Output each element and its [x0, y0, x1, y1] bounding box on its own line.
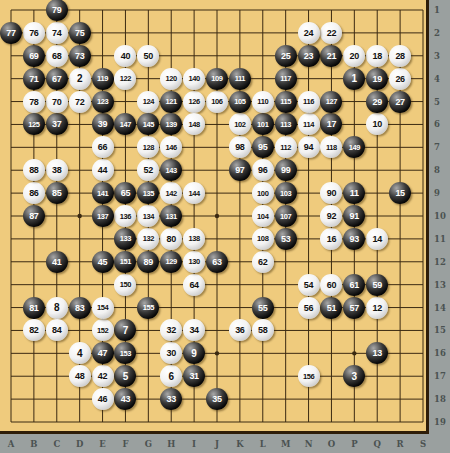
go-stone-white-138: 138	[183, 228, 205, 250]
go-stone-white-8: 8	[46, 297, 68, 319]
go-stone-black-105: 105	[229, 91, 251, 113]
column-label-A: A	[8, 439, 15, 449]
go-stone-white-106: 106	[206, 91, 228, 113]
row-label-5: 5	[434, 97, 440, 107]
go-stone-white-20: 20	[343, 45, 365, 67]
go-stone-black-39: 39	[92, 113, 114, 135]
go-stone-black-45: 45	[92, 251, 114, 273]
go-stone-white-14: 14	[366, 228, 388, 250]
go-stone-white-152: 152	[92, 319, 114, 341]
row-label-2: 2	[434, 28, 440, 38]
go-stone-white-38: 38	[46, 159, 68, 181]
go-stone-black-117: 117	[275, 68, 297, 90]
star-point	[77, 214, 81, 218]
go-stone-black-59: 59	[366, 274, 388, 296]
row-label-strip: 12345678910111213141516171819	[429, 0, 450, 434]
go-stone-white-2: 2	[69, 68, 91, 90]
go-stone-black-81: 81	[23, 297, 45, 319]
go-stone-black-115: 115	[275, 91, 297, 113]
go-stone-black-29: 29	[366, 91, 388, 113]
go-stone-black-51: 51	[320, 297, 342, 319]
go-stone-black-85: 85	[46, 182, 68, 204]
column-label-G: G	[145, 439, 152, 449]
star-point	[352, 351, 356, 355]
go-stone-black-61: 61	[343, 274, 365, 296]
go-stone-black-87: 87	[23, 205, 45, 227]
go-stone-black-141: 141	[92, 182, 114, 204]
go-kifu-diagram: 1234567891011121314151617181920212223242…	[0, 0, 450, 453]
go-stone-black-155: 155	[137, 297, 159, 319]
go-stone-white-44: 44	[92, 159, 114, 181]
go-stone-white-100: 100	[252, 182, 274, 204]
row-label-11: 11	[434, 234, 446, 244]
column-label-E: E	[99, 439, 105, 449]
go-stone-white-78: 78	[23, 91, 45, 113]
column-label-I: I	[192, 439, 196, 449]
go-stone-black-71: 71	[23, 68, 45, 90]
go-stone-white-4: 4	[69, 342, 91, 364]
column-label-R: R	[397, 439, 404, 449]
go-stone-white-122: 122	[114, 68, 136, 90]
go-stone-black-69: 69	[23, 45, 45, 67]
go-stone-white-156: 156	[298, 365, 320, 387]
go-stone-white-116: 116	[298, 91, 320, 113]
go-stone-white-150: 150	[114, 274, 136, 296]
go-stone-white-56: 56	[298, 297, 320, 319]
row-label-15: 15	[434, 325, 446, 335]
go-stone-black-47: 47	[92, 342, 114, 364]
go-stone-white-18: 18	[366, 45, 388, 67]
go-stone-black-53: 53	[275, 228, 297, 250]
go-stone-white-54: 54	[298, 274, 320, 296]
go-stone-black-109: 109	[206, 68, 228, 90]
row-label-3: 3	[434, 51, 440, 61]
go-stone-white-108: 108	[252, 228, 274, 250]
go-stone-white-12: 12	[366, 297, 388, 319]
go-stone-white-120: 120	[160, 68, 182, 90]
go-stone-black-111: 111	[229, 68, 251, 90]
go-stone-white-70: 70	[46, 91, 68, 113]
go-stone-white-68: 68	[46, 45, 68, 67]
go-stone-white-50: 50	[137, 45, 159, 67]
row-label-13: 13	[434, 280, 446, 290]
go-stone-white-154: 154	[92, 297, 114, 319]
go-stone-black-57: 57	[343, 297, 365, 319]
go-stone-black-25: 25	[275, 45, 297, 67]
go-stone-black-77: 77	[0, 22, 22, 44]
go-stone-black-27: 27	[389, 91, 411, 113]
column-label-N: N	[305, 439, 313, 449]
go-stone-white-60: 60	[320, 274, 342, 296]
star-point	[215, 214, 219, 218]
go-stone-white-62: 62	[252, 251, 274, 273]
go-stone-white-46: 46	[92, 388, 114, 410]
go-stone-white-88: 88	[23, 159, 45, 181]
column-label-H: H	[167, 439, 175, 449]
row-label-8: 8	[434, 165, 440, 175]
go-stone-white-48: 48	[69, 365, 91, 387]
go-stone-white-24: 24	[298, 22, 320, 44]
go-stone-black-75: 75	[69, 22, 91, 44]
go-stone-white-140: 140	[183, 68, 205, 90]
go-stone-black-121: 121	[160, 91, 182, 113]
row-label-10: 10	[434, 211, 446, 221]
go-stone-white-126: 126	[183, 91, 205, 113]
go-stone-white-26: 26	[389, 68, 411, 90]
column-label-J: J	[215, 439, 219, 449]
column-label-L: L	[260, 439, 266, 449]
row-label-12: 12	[434, 257, 446, 267]
row-label-9: 9	[434, 188, 440, 198]
go-stone-white-114: 114	[298, 113, 320, 135]
column-label-C: C	[53, 439, 60, 449]
go-stone-black-41: 41	[46, 251, 68, 273]
go-stone-black-137: 137	[92, 205, 114, 227]
go-stone-white-124: 124	[137, 91, 159, 113]
go-stone-black-89: 89	[137, 251, 159, 273]
row-label-6: 6	[434, 119, 440, 129]
row-label-4: 4	[434, 74, 440, 84]
column-label-O: O	[328, 439, 335, 449]
go-stone-black-119: 119	[92, 68, 114, 90]
go-stone-white-96: 96	[252, 159, 274, 181]
go-stone-black-23: 23	[298, 45, 320, 67]
column-label-Q: Q	[374, 439, 381, 449]
go-stone-white-42: 42	[92, 365, 114, 387]
row-label-1: 1	[434, 5, 440, 15]
row-label-16: 16	[434, 348, 446, 358]
go-stone-white-112: 112	[275, 136, 297, 158]
row-label-17: 17	[434, 371, 446, 381]
go-stone-white-28: 28	[389, 45, 411, 67]
go-stone-white-72: 72	[69, 91, 91, 113]
go-stone-black-73: 73	[69, 45, 91, 67]
go-stone-black-19: 19	[366, 68, 388, 90]
go-stone-white-66: 66	[92, 136, 114, 158]
go-stone-white-110: 110	[252, 91, 274, 113]
go-stone-white-76: 76	[23, 22, 45, 44]
go-stone-white-80: 80	[160, 228, 182, 250]
column-label-F: F	[122, 439, 128, 449]
go-stone-black-113: 113	[275, 113, 297, 135]
go-stone-black-127: 127	[320, 91, 342, 113]
column-label-M: M	[281, 439, 290, 449]
go-stone-black-1: 1	[343, 68, 365, 90]
go-stone-black-67: 67	[46, 68, 68, 90]
go-stone-white-86: 86	[23, 182, 45, 204]
column-label-B: B	[30, 439, 37, 449]
go-stone-black-95: 95	[252, 136, 274, 158]
go-stone-black-107: 107	[275, 205, 297, 227]
star-point	[215, 351, 219, 355]
go-stone-black-123: 123	[92, 91, 114, 113]
go-stone-black-103: 103	[275, 182, 297, 204]
go-stone-white-64: 64	[183, 274, 205, 296]
column-label-D: D	[76, 439, 83, 449]
row-label-18: 18	[434, 394, 446, 404]
go-stone-black-55: 55	[252, 297, 274, 319]
column-label-strip: ABCDEFGHIJKLMNOPQRS	[0, 434, 450, 453]
column-label-K: K	[236, 439, 243, 449]
row-label-14: 14	[434, 303, 446, 313]
go-stone-black-99: 99	[275, 159, 297, 181]
go-stone-black-63: 63	[206, 251, 228, 273]
column-label-S: S	[420, 439, 426, 449]
go-stone-black-83: 83	[69, 297, 91, 319]
go-stone-white-130: 130	[183, 251, 205, 273]
go-stone-black-79: 79	[46, 0, 68, 21]
row-label-7: 7	[434, 142, 440, 152]
go-stone-black-35: 35	[206, 388, 228, 410]
go-stone-white-94: 94	[298, 136, 320, 158]
go-stone-black-97: 97	[229, 159, 251, 181]
go-stone-white-104: 104	[252, 205, 274, 227]
go-stone-black-129: 129	[160, 251, 182, 273]
row-label-19: 19	[434, 417, 446, 427]
go-stone-white-74: 74	[46, 22, 68, 44]
column-label-P: P	[351, 439, 357, 449]
